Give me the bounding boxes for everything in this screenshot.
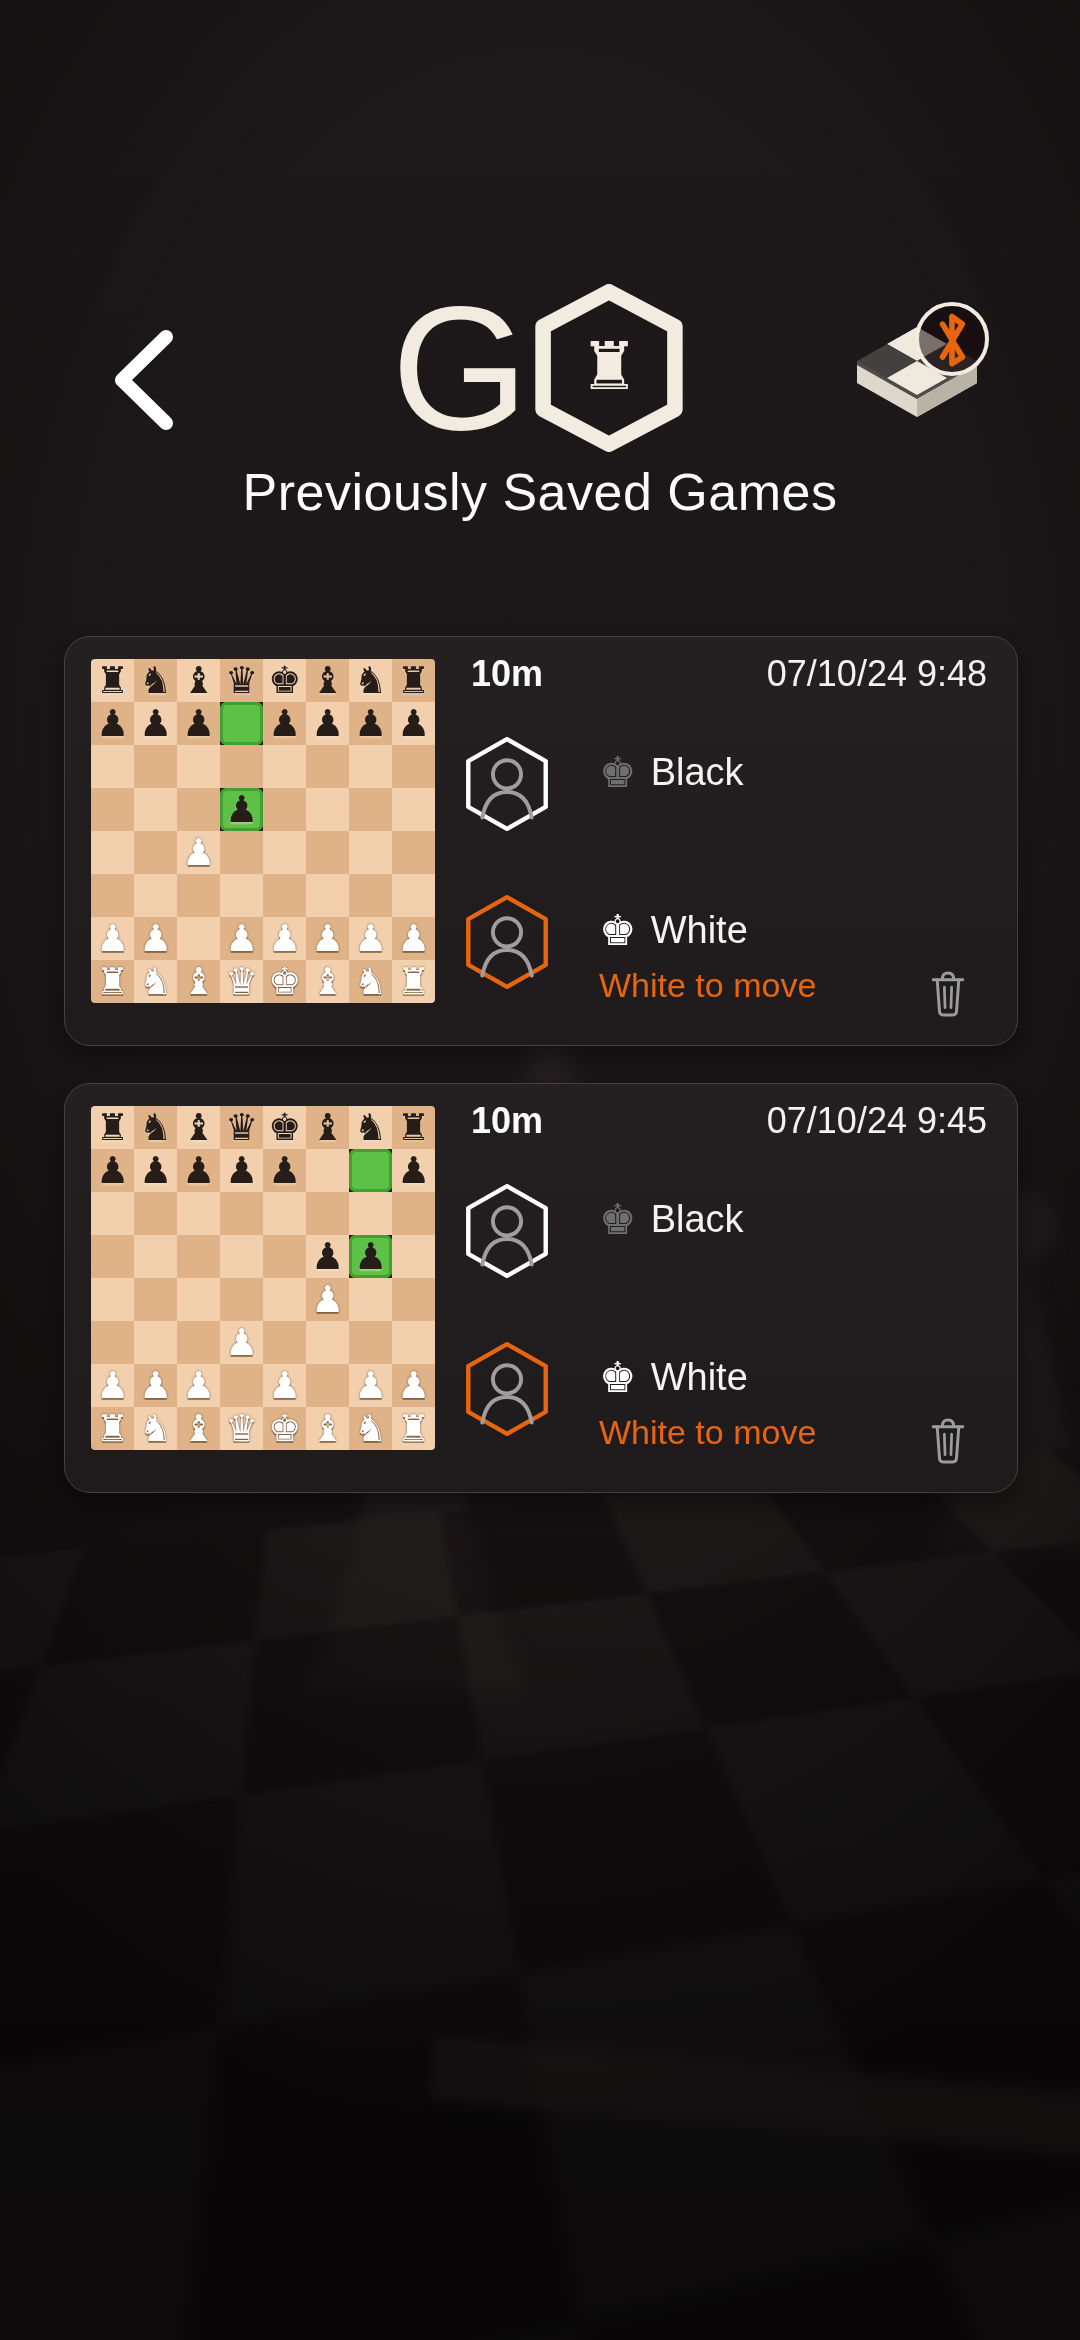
delete-game-button[interactable] [925,1416,971,1466]
chess-piece: ♟ [268,920,301,957]
chess-piece: ♝ [311,963,344,1000]
board-square: ♟ [349,1235,392,1278]
board-square [220,874,263,917]
board-square: ♞ [349,1106,392,1149]
black-player-label: Black [651,1198,744,1241]
board-square [134,1235,177,1278]
board-square: ♞ [349,960,392,1003]
board-square: ♝ [177,1407,220,1450]
board-square [134,1278,177,1321]
board-square: ♟ [91,1149,134,1192]
black-king-icon: ♚ [599,1199,637,1241]
board-square [177,874,220,917]
board-square [392,1192,435,1235]
delete-game-button[interactable] [925,969,971,1019]
board-square: ♟ [306,1278,349,1321]
black-player-row: ♚ Black [463,1182,744,1280]
board-square: ♟ [220,1321,263,1364]
board-square [91,831,134,874]
board-square [263,745,306,788]
board-square [134,1192,177,1235]
board-square [392,1278,435,1321]
chess-piece: ♝ [182,662,215,699]
board-square: ♟ [349,702,392,745]
board-square [177,1192,220,1235]
board-square [177,1321,220,1364]
chess-piece: ♟ [225,1324,258,1361]
chess-piece: ♟ [139,1367,172,1404]
bluetooth-chessboard-icon [842,295,992,447]
white-king-icon: ♚ [599,910,637,952]
chess-board-preview: ♜♞♝♛♚♝♞♜♟♟♟♟♟♟♟♟♟♟♟♟♟♟♟♟♜♞♝♛♚♝♞♜ [91,659,435,1003]
board-square: ♟ [134,1149,177,1192]
chess-piece: ♜ [96,963,129,1000]
board-square [220,1364,263,1407]
black-king-icon: ♚ [599,752,637,794]
time-control-label: 10m [471,1100,543,1142]
board-square: ♟ [392,1149,435,1192]
saved-game-card[interactable]: ♜♞♝♛♚♝♞♜♟♟♟♟♟♟♟♟♟♟♟♟♟♟♟♟♜♞♝♛♚♝♞♜ 10m 07/… [64,636,1018,1046]
chess-piece: ♟ [311,1238,344,1275]
chess-piece: ♞ [354,1109,387,1146]
board-square: ♝ [306,659,349,702]
board-square [392,745,435,788]
chess-piece: ♛ [225,1109,258,1146]
chess-piece: ♟ [354,1238,387,1275]
board-square: ♟ [263,1364,306,1407]
trash-icon [925,969,971,1019]
board-square [220,1278,263,1321]
board-square [220,702,263,745]
board-square [220,831,263,874]
chess-piece: ♝ [311,662,344,699]
bluetooth-board-button[interactable] [842,295,992,447]
board-square: ♚ [263,1407,306,1450]
time-control-label: 10m [471,653,543,695]
board-square [263,831,306,874]
chess-piece: ♟ [139,920,172,957]
board-square [392,831,435,874]
chess-piece: ♟ [139,705,172,742]
board-square: ♛ [220,960,263,1003]
chess-piece: ♟ [397,920,430,957]
chess-piece: ♟ [268,1152,301,1189]
chess-piece: ♚ [268,662,301,699]
white-player-row: ♚ White White to move [463,1340,816,1452]
board-square: ♟ [177,1364,220,1407]
chess-piece: ♚ [268,1109,301,1146]
chess-piece: ♟ [311,1281,344,1318]
board-square: ♜ [91,1106,134,1149]
board-square [91,1321,134,1364]
board-square [392,1321,435,1364]
chess-piece: ♟ [139,1152,172,1189]
board-square: ♟ [349,917,392,960]
board-square [349,1321,392,1364]
board-square: ♜ [392,1407,435,1450]
board-square [220,745,263,788]
chess-piece: ♜ [397,662,430,699]
chess-piece: ♟ [96,1152,129,1189]
board-square [306,745,349,788]
chess-piece: ♟ [182,1367,215,1404]
board-square [306,1192,349,1235]
board-square: ♟ [220,1149,263,1192]
chess-piece: ♟ [268,705,301,742]
chess-piece: ♟ [96,1367,129,1404]
board-square [177,917,220,960]
board-square [263,1192,306,1235]
chess-piece: ♟ [96,705,129,742]
chess-piece: ♞ [139,1109,172,1146]
board-square [392,874,435,917]
chess-piece: ♟ [397,1152,430,1189]
board-square: ♞ [134,659,177,702]
board-square [177,1278,220,1321]
chess-piece: ♛ [225,963,258,1000]
board-square: ♛ [220,1407,263,1450]
board-square [306,831,349,874]
chess-piece: ♛ [225,662,258,699]
chess-piece: ♞ [139,963,172,1000]
board-square: ♝ [306,960,349,1003]
board-square: ♟ [177,702,220,745]
board-square [392,1235,435,1278]
turn-status-label: White to move [599,966,816,1005]
chess-piece: ♟ [225,1152,258,1189]
board-square [306,788,349,831]
logo-rook-glyph: ♜ [530,328,688,405]
board-square [220,1192,263,1235]
chess-piece: ♟ [96,920,129,957]
board-square: ♟ [392,702,435,745]
board-square [177,745,220,788]
chess-piece: ♟ [225,791,258,828]
board-square [263,874,306,917]
board-square: ♟ [263,917,306,960]
white-player-label: White [651,1356,748,1399]
board-square [263,788,306,831]
board-square: ♞ [349,1407,392,1450]
saved-date-label: 07/10/24 9:48 [767,653,987,695]
board-square: ♟ [134,1364,177,1407]
board-square: ♜ [91,1407,134,1450]
board-square: ♞ [134,960,177,1003]
board-square [392,788,435,831]
white-avatar [463,893,551,991]
white-king-icon: ♚ [599,1357,637,1399]
board-square: ♟ [220,788,263,831]
board-square: ♟ [134,702,177,745]
board-square [177,788,220,831]
board-square: ♟ [220,917,263,960]
black-player-label: Black [651,751,744,794]
board-square: ♜ [91,659,134,702]
chess-piece: ♝ [311,1410,344,1447]
board-square: ♝ [177,960,220,1003]
chess-piece: ♚ [268,1410,301,1447]
board-square [220,1235,263,1278]
chess-piece: ♟ [354,920,387,957]
board-square: ♟ [91,917,134,960]
board-square: ♜ [392,1106,435,1149]
white-player-row: ♚ White White to move [463,893,816,1005]
board-square [349,1149,392,1192]
board-square: ♟ [91,1364,134,1407]
chess-piece: ♟ [182,705,215,742]
chess-piece: ♟ [225,920,258,957]
board-square: ♝ [177,1106,220,1149]
board-square [91,745,134,788]
board-square [349,1278,392,1321]
trash-icon [925,1416,971,1466]
board-square: ♜ [392,960,435,1003]
chess-piece: ♚ [268,963,301,1000]
chess-piece: ♜ [96,1109,129,1146]
saved-game-card[interactable]: ♜♞♝♛♚♝♞♜♟♟♟♟♟♟♟♟♟♟♟♟♟♟♟♟♜♞♝♛♚♝♞♜ 10m 07/… [64,1083,1018,1493]
board-square: ♜ [392,659,435,702]
board-square: ♟ [306,917,349,960]
board-square [91,788,134,831]
turn-status-label: White to move [599,1413,816,1452]
board-square [134,874,177,917]
board-square [349,745,392,788]
board-square: ♞ [349,659,392,702]
chess-piece: ♞ [354,662,387,699]
chess-piece: ♜ [397,963,430,1000]
board-square: ♚ [263,960,306,1003]
board-square [349,1192,392,1235]
board-square [134,1321,177,1364]
board-square: ♟ [91,702,134,745]
chess-piece: ♟ [354,705,387,742]
chess-piece: ♟ [311,920,344,957]
chess-piece: ♟ [397,1367,430,1404]
board-square: ♝ [306,1106,349,1149]
chess-piece: ♛ [225,1410,258,1447]
board-square [91,1235,134,1278]
logo-hexagon-rook-icon: ♜ [530,284,688,452]
board-square [134,745,177,788]
page-title: Previously Saved Games [0,462,1080,522]
chess-piece: ♟ [182,1152,215,1189]
board-square: ♟ [177,1149,220,1192]
chess-piece: ♟ [311,705,344,742]
chess-piece: ♝ [182,1410,215,1447]
board-square: ♞ [134,1106,177,1149]
board-square: ♚ [263,659,306,702]
chess-piece: ♜ [397,1109,430,1146]
board-square: ♟ [177,831,220,874]
board-square [306,1149,349,1192]
board-square: ♛ [220,1106,263,1149]
chess-piece: ♞ [354,963,387,1000]
board-square [349,831,392,874]
logo-letter-g: G [392,280,525,456]
board-square [177,1235,220,1278]
board-square: ♟ [306,1235,349,1278]
chess-piece: ♝ [182,1109,215,1146]
chess-board-preview: ♜♞♝♛♚♝♞♜♟♟♟♟♟♟♟♟♟♟♟♟♟♟♟♟♜♞♝♛♚♝♞♜ [91,1106,435,1450]
board-square [134,788,177,831]
board-square: ♞ [134,1407,177,1450]
chess-piece: ♟ [397,705,430,742]
board-square [91,1278,134,1321]
board-square: ♟ [392,1364,435,1407]
board-square: ♟ [392,917,435,960]
chess-piece: ♟ [182,834,215,871]
chess-piece: ♟ [268,1367,301,1404]
board-square: ♛ [220,659,263,702]
white-player-label: White [651,909,748,952]
black-avatar [463,1182,551,1280]
black-avatar [463,735,551,833]
chess-piece: ♜ [96,1410,129,1447]
board-square: ♝ [306,1407,349,1450]
chess-piece: ♞ [354,1410,387,1447]
chess-piece: ♝ [311,1109,344,1146]
chess-piece: ♞ [139,662,172,699]
board-square: ♝ [177,659,220,702]
board-square [91,1192,134,1235]
board-square [306,1364,349,1407]
chess-piece: ♟ [354,1367,387,1404]
chess-piece: ♞ [139,1410,172,1447]
white-avatar [463,1340,551,1438]
board-square [134,831,177,874]
saved-date-label: 07/10/24 9:45 [767,1100,987,1142]
board-square [306,1321,349,1364]
board-square: ♟ [263,702,306,745]
board-square [263,1235,306,1278]
board-square [91,874,134,917]
board-square: ♟ [349,1364,392,1407]
board-square: ♚ [263,1106,306,1149]
board-square [349,788,392,831]
black-player-row: ♚ Black [463,735,744,833]
board-square [349,874,392,917]
board-square: ♜ [91,960,134,1003]
board-square [306,874,349,917]
board-square [263,1278,306,1321]
board-square [263,1321,306,1364]
board-square: ♟ [306,702,349,745]
board-square: ♟ [263,1149,306,1192]
chess-piece: ♝ [182,963,215,1000]
chess-piece: ♜ [397,1410,430,1447]
board-square: ♟ [134,917,177,960]
chess-piece: ♜ [96,662,129,699]
